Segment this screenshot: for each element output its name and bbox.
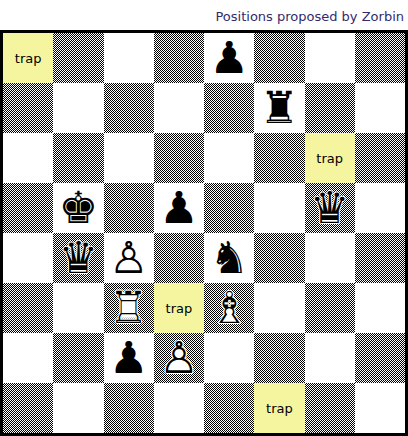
chess-board: trap♟♜trap♚♟♛♛♟♙♞♜♖trap♝♗♟♟♙trap <box>0 30 408 436</box>
square-g5[interactable]: ♛ <box>305 183 355 233</box>
trap-label: trap <box>166 301 193 316</box>
trap-label: trap <box>316 151 343 166</box>
square-b4[interactable]: ♛ <box>53 233 103 283</box>
square-h6[interactable] <box>355 133 405 183</box>
square-e8[interactable]: ♟ <box>204 33 254 83</box>
square-f6[interactable] <box>254 133 304 183</box>
square-d4[interactable] <box>154 233 204 283</box>
square-c2[interactable]: ♟ <box>104 333 154 383</box>
square-b8[interactable] <box>53 33 103 83</box>
square-h2[interactable] <box>355 333 405 383</box>
white-rook: ♜♖ <box>104 283 154 333</box>
bishop-outline: ♗ <box>209 286 248 330</box>
square-c3[interactable]: ♜♖ <box>104 283 154 333</box>
title-bar: Positions proposed by Zorbin <box>0 0 408 30</box>
square-h8[interactable] <box>355 33 405 83</box>
square-e1[interactable] <box>204 383 254 433</box>
pawn-outline: ♙ <box>159 336 198 380</box>
square-e2[interactable] <box>204 333 254 383</box>
square-f3[interactable] <box>254 283 304 333</box>
square-d3[interactable]: trap <box>154 283 204 333</box>
square-f2[interactable] <box>254 333 304 383</box>
square-f8[interactable] <box>254 33 304 83</box>
square-h1[interactable] <box>355 383 405 433</box>
square-e4[interactable]: ♞ <box>204 233 254 283</box>
square-f1[interactable]: trap <box>254 383 304 433</box>
rook-outline: ♖ <box>109 286 148 330</box>
square-d8[interactable] <box>154 33 204 83</box>
square-g1[interactable] <box>305 383 355 433</box>
square-a7[interactable] <box>3 83 53 133</box>
square-g4[interactable] <box>305 233 355 283</box>
black-knight: ♞ <box>204 233 254 283</box>
square-a6[interactable] <box>3 133 53 183</box>
square-c6[interactable] <box>104 133 154 183</box>
square-a3[interactable] <box>3 283 53 333</box>
square-h5[interactable] <box>355 183 405 233</box>
square-g6[interactable]: trap <box>305 133 355 183</box>
square-g3[interactable] <box>305 283 355 333</box>
square-a2[interactable] <box>3 333 53 383</box>
square-d7[interactable] <box>154 83 204 133</box>
black-queen: ♛ <box>53 233 103 283</box>
square-c7[interactable] <box>104 83 154 133</box>
square-f5[interactable] <box>254 183 304 233</box>
square-f4[interactable] <box>254 233 304 283</box>
black-king: ♚ <box>53 183 103 233</box>
square-c8[interactable] <box>104 33 154 83</box>
square-h3[interactable] <box>355 283 405 333</box>
square-b1[interactable] <box>53 383 103 433</box>
square-b6[interactable] <box>53 133 103 183</box>
square-c5[interactable] <box>104 183 154 233</box>
square-e7[interactable] <box>204 83 254 133</box>
square-e6[interactable] <box>204 133 254 183</box>
black-queen: ♛ <box>305 183 355 233</box>
square-b2[interactable] <box>53 333 103 383</box>
square-d1[interactable] <box>154 383 204 433</box>
square-d2[interactable]: ♟♙ <box>154 333 204 383</box>
square-g7[interactable] <box>305 83 355 133</box>
square-h7[interactable] <box>355 83 405 133</box>
square-b7[interactable] <box>53 83 103 133</box>
white-pawn: ♟♙ <box>104 233 154 283</box>
square-g8[interactable] <box>305 33 355 83</box>
black-rook: ♜ <box>254 83 304 133</box>
square-c4[interactable]: ♟♙ <box>104 233 154 283</box>
square-f7[interactable]: ♜ <box>254 83 304 133</box>
pawn-outline: ♙ <box>109 236 148 280</box>
square-e5[interactable] <box>204 183 254 233</box>
square-b5[interactable]: ♚ <box>53 183 103 233</box>
square-a4[interactable] <box>3 233 53 283</box>
white-pawn: ♟♙ <box>154 333 204 383</box>
black-pawn: ♟ <box>104 333 154 383</box>
square-e3[interactable]: ♝♗ <box>204 283 254 333</box>
black-pawn: ♟ <box>154 183 204 233</box>
black-pawn: ♟ <box>204 33 254 83</box>
square-g2[interactable] <box>305 333 355 383</box>
square-a8[interactable]: trap <box>3 33 53 83</box>
square-a5[interactable] <box>3 183 53 233</box>
trap-label: trap <box>15 51 42 66</box>
square-b3[interactable] <box>53 283 103 333</box>
square-d5[interactable]: ♟ <box>154 183 204 233</box>
page-title: Positions proposed by Zorbin <box>215 9 404 24</box>
square-c1[interactable] <box>104 383 154 433</box>
trap-label: trap <box>266 401 293 416</box>
square-h4[interactable] <box>355 233 405 283</box>
square-a1[interactable] <box>3 383 53 433</box>
page: Positions proposed by Zorbin trap♟♜trap♚… <box>0 0 408 436</box>
square-d6[interactable] <box>154 133 204 183</box>
white-bishop: ♝♗ <box>204 283 254 333</box>
